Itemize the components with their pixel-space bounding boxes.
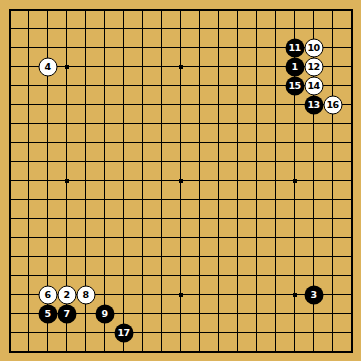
intersection[interactable] [190, 323, 209, 342]
intersection[interactable] [0, 76, 19, 95]
intersection[interactable] [38, 19, 57, 38]
intersection[interactable] [38, 76, 57, 95]
intersection[interactable] [209, 209, 228, 228]
intersection[interactable] [228, 76, 247, 95]
intersection[interactable] [19, 57, 38, 76]
intersection[interactable] [209, 323, 228, 342]
intersection[interactable] [209, 0, 228, 19]
intersection[interactable] [342, 152, 361, 171]
intersection[interactable] [152, 285, 171, 304]
intersection[interactable] [323, 304, 342, 323]
intersection[interactable] [76, 323, 95, 342]
intersection[interactable] [247, 133, 266, 152]
intersection[interactable] [114, 304, 133, 323]
intersection[interactable] [171, 209, 190, 228]
intersection[interactable] [76, 190, 95, 209]
intersection[interactable] [266, 323, 285, 342]
intersection[interactable] [342, 342, 361, 361]
intersection[interactable] [76, 342, 95, 361]
intersection[interactable] [266, 228, 285, 247]
intersection[interactable]: 4 [38, 57, 57, 76]
intersection[interactable] [114, 133, 133, 152]
intersection[interactable] [152, 76, 171, 95]
intersection[interactable] [285, 0, 304, 19]
intersection[interactable] [323, 133, 342, 152]
intersection[interactable] [171, 247, 190, 266]
intersection[interactable] [228, 304, 247, 323]
intersection[interactable] [266, 133, 285, 152]
intersection[interactable] [38, 171, 57, 190]
intersection[interactable] [266, 95, 285, 114]
intersection[interactable] [323, 342, 342, 361]
intersection[interactable] [285, 190, 304, 209]
intersection[interactable] [38, 342, 57, 361]
intersection[interactable] [342, 171, 361, 190]
intersection[interactable] [19, 0, 38, 19]
intersection[interactable] [95, 247, 114, 266]
intersection[interactable] [171, 304, 190, 323]
intersection[interactable] [228, 190, 247, 209]
intersection[interactable] [323, 19, 342, 38]
intersection[interactable] [133, 95, 152, 114]
intersection[interactable] [209, 133, 228, 152]
intersection[interactable] [304, 0, 323, 19]
intersection[interactable] [114, 190, 133, 209]
intersection[interactable] [114, 95, 133, 114]
intersection[interactable]: 3 [304, 285, 323, 304]
intersection[interactable]: 16 [323, 95, 342, 114]
intersection[interactable] [304, 152, 323, 171]
intersection[interactable] [304, 247, 323, 266]
intersection[interactable] [133, 342, 152, 361]
intersection[interactable] [76, 95, 95, 114]
intersection[interactable] [171, 76, 190, 95]
intersection[interactable] [76, 152, 95, 171]
intersection[interactable] [133, 171, 152, 190]
intersection[interactable] [171, 342, 190, 361]
intersection[interactable] [95, 323, 114, 342]
intersection[interactable] [304, 190, 323, 209]
intersection[interactable] [114, 152, 133, 171]
intersection[interactable] [38, 95, 57, 114]
intersection[interactable] [152, 323, 171, 342]
intersection[interactable] [0, 114, 19, 133]
intersection[interactable] [114, 19, 133, 38]
intersection[interactable] [190, 0, 209, 19]
intersection[interactable] [19, 190, 38, 209]
intersection[interactable] [171, 0, 190, 19]
intersection[interactable]: 13 [304, 95, 323, 114]
intersection[interactable] [285, 19, 304, 38]
intersection[interactable] [133, 304, 152, 323]
intersection[interactable] [19, 323, 38, 342]
intersection[interactable] [57, 190, 76, 209]
intersection[interactable] [209, 171, 228, 190]
intersection[interactable] [209, 95, 228, 114]
intersection[interactable] [114, 0, 133, 19]
intersection[interactable] [38, 266, 57, 285]
intersection[interactable] [95, 38, 114, 57]
intersection[interactable] [76, 57, 95, 76]
intersection[interactable] [304, 133, 323, 152]
intersection[interactable]: 12 [304, 57, 323, 76]
intersection[interactable] [19, 95, 38, 114]
intersection[interactable]: 8 [76, 285, 95, 304]
intersection[interactable] [266, 114, 285, 133]
intersection[interactable] [133, 0, 152, 19]
intersection[interactable] [19, 228, 38, 247]
intersection[interactable] [247, 228, 266, 247]
intersection[interactable] [38, 228, 57, 247]
intersection[interactable] [95, 285, 114, 304]
intersection[interactable]: 10 [304, 38, 323, 57]
intersection[interactable] [38, 152, 57, 171]
intersection[interactable] [171, 95, 190, 114]
intersection[interactable] [323, 247, 342, 266]
intersection[interactable] [171, 190, 190, 209]
intersection[interactable] [247, 19, 266, 38]
intersection[interactable] [266, 38, 285, 57]
intersection[interactable] [95, 342, 114, 361]
intersection[interactable] [76, 133, 95, 152]
intersection[interactable] [247, 76, 266, 95]
intersection[interactable] [323, 228, 342, 247]
intersection[interactable] [114, 285, 133, 304]
intersection[interactable] [190, 171, 209, 190]
intersection[interactable] [133, 228, 152, 247]
intersection[interactable] [209, 285, 228, 304]
intersection[interactable] [152, 247, 171, 266]
intersection[interactable] [57, 323, 76, 342]
intersection[interactable] [247, 57, 266, 76]
intersection[interactable] [152, 209, 171, 228]
intersection[interactable] [285, 95, 304, 114]
intersection[interactable] [228, 57, 247, 76]
intersection[interactable] [342, 95, 361, 114]
intersection[interactable] [247, 247, 266, 266]
intersection[interactable]: 9 [95, 304, 114, 323]
intersection[interactable] [38, 247, 57, 266]
intersection[interactable] [57, 57, 76, 76]
intersection[interactable] [228, 209, 247, 228]
intersection[interactable] [285, 247, 304, 266]
intersection[interactable] [76, 247, 95, 266]
intersection[interactable] [209, 114, 228, 133]
intersection[interactable] [152, 266, 171, 285]
intersection[interactable] [190, 133, 209, 152]
intersection[interactable] [57, 209, 76, 228]
intersection[interactable] [285, 133, 304, 152]
intersection[interactable] [152, 304, 171, 323]
intersection[interactable] [57, 95, 76, 114]
intersection[interactable] [342, 209, 361, 228]
intersection[interactable] [19, 285, 38, 304]
intersection[interactable] [247, 323, 266, 342]
intersection[interactable] [342, 323, 361, 342]
intersection[interactable] [247, 152, 266, 171]
intersection[interactable] [0, 19, 19, 38]
intersection[interactable] [133, 190, 152, 209]
intersection[interactable] [38, 323, 57, 342]
intersection[interactable] [190, 76, 209, 95]
intersection[interactable] [228, 285, 247, 304]
intersection[interactable] [247, 38, 266, 57]
intersection[interactable] [228, 266, 247, 285]
intersection[interactable] [266, 342, 285, 361]
intersection[interactable] [247, 304, 266, 323]
intersection[interactable] [342, 114, 361, 133]
intersection[interactable] [95, 19, 114, 38]
intersection[interactable] [57, 228, 76, 247]
intersection[interactable] [38, 114, 57, 133]
intersection[interactable] [342, 266, 361, 285]
intersection[interactable] [209, 76, 228, 95]
intersection[interactable] [247, 0, 266, 19]
intersection[interactable] [114, 171, 133, 190]
intersection[interactable] [152, 0, 171, 19]
intersection[interactable] [114, 342, 133, 361]
intersection[interactable] [171, 323, 190, 342]
intersection[interactable] [190, 247, 209, 266]
intersection[interactable] [114, 57, 133, 76]
intersection[interactable] [114, 38, 133, 57]
intersection[interactable] [228, 0, 247, 19]
intersection[interactable] [76, 114, 95, 133]
intersection[interactable] [152, 38, 171, 57]
intersection[interactable] [19, 171, 38, 190]
intersection[interactable] [57, 0, 76, 19]
intersection[interactable] [323, 76, 342, 95]
intersection[interactable] [171, 285, 190, 304]
intersection[interactable] [228, 114, 247, 133]
intersection[interactable] [133, 114, 152, 133]
intersection[interactable] [247, 266, 266, 285]
intersection[interactable] [38, 0, 57, 19]
intersection[interactable]: 14 [304, 76, 323, 95]
intersection[interactable] [323, 152, 342, 171]
intersection[interactable] [114, 228, 133, 247]
intersection[interactable] [76, 38, 95, 57]
intersection[interactable] [342, 228, 361, 247]
intersection[interactable] [323, 190, 342, 209]
intersection[interactable] [133, 323, 152, 342]
intersection[interactable] [171, 152, 190, 171]
intersection[interactable] [285, 228, 304, 247]
intersection[interactable] [57, 38, 76, 57]
intersection[interactable] [266, 190, 285, 209]
intersection[interactable] [0, 190, 19, 209]
intersection[interactable] [95, 266, 114, 285]
intersection[interactable] [247, 342, 266, 361]
intersection[interactable] [0, 247, 19, 266]
intersection[interactable] [152, 133, 171, 152]
intersection[interactable] [57, 247, 76, 266]
intersection[interactable] [266, 76, 285, 95]
intersection[interactable] [114, 114, 133, 133]
intersection[interactable]: 5 [38, 304, 57, 323]
intersection[interactable] [285, 209, 304, 228]
intersection[interactable] [304, 323, 323, 342]
intersection[interactable] [152, 228, 171, 247]
intersection[interactable]: 15 [285, 76, 304, 95]
intersection[interactable] [190, 266, 209, 285]
intersection[interactable] [266, 0, 285, 19]
intersection[interactable] [342, 19, 361, 38]
intersection[interactable] [247, 95, 266, 114]
intersection[interactable]: 11 [285, 38, 304, 57]
intersection[interactable] [228, 133, 247, 152]
intersection[interactable] [0, 152, 19, 171]
intersection[interactable] [266, 285, 285, 304]
intersection[interactable] [38, 209, 57, 228]
intersection[interactable] [0, 95, 19, 114]
intersection[interactable] [114, 76, 133, 95]
intersection[interactable] [304, 114, 323, 133]
intersection[interactable] [19, 304, 38, 323]
intersection[interactable] [133, 285, 152, 304]
intersection[interactable] [57, 114, 76, 133]
intersection[interactable] [304, 266, 323, 285]
intersection[interactable] [228, 95, 247, 114]
intersection[interactable] [266, 247, 285, 266]
intersection[interactable] [285, 152, 304, 171]
intersection[interactable] [342, 38, 361, 57]
intersection[interactable] [247, 209, 266, 228]
intersection[interactable] [228, 152, 247, 171]
intersection[interactable] [19, 266, 38, 285]
intersection[interactable] [247, 190, 266, 209]
intersection[interactable] [342, 76, 361, 95]
intersection[interactable] [342, 0, 361, 19]
intersection[interactable] [323, 57, 342, 76]
intersection[interactable] [0, 323, 19, 342]
intersection[interactable] [323, 323, 342, 342]
intersection[interactable] [323, 209, 342, 228]
intersection[interactable] [152, 171, 171, 190]
intersection[interactable] [171, 171, 190, 190]
intersection[interactable] [152, 57, 171, 76]
intersection[interactable] [76, 171, 95, 190]
intersection[interactable] [342, 133, 361, 152]
intersection[interactable] [0, 266, 19, 285]
intersection[interactable] [285, 323, 304, 342]
intersection[interactable] [171, 19, 190, 38]
intersection[interactable] [76, 228, 95, 247]
intersection[interactable] [38, 38, 57, 57]
intersection[interactable] [171, 38, 190, 57]
intersection[interactable] [304, 209, 323, 228]
intersection[interactable] [95, 190, 114, 209]
intersection[interactable] [133, 19, 152, 38]
intersection[interactable]: 7 [57, 304, 76, 323]
intersection[interactable] [19, 342, 38, 361]
intersection[interactable] [0, 228, 19, 247]
intersection[interactable] [247, 285, 266, 304]
intersection[interactable] [190, 95, 209, 114]
intersection[interactable] [0, 57, 19, 76]
intersection[interactable] [266, 266, 285, 285]
intersection[interactable] [95, 133, 114, 152]
intersection[interactable] [19, 19, 38, 38]
intersection[interactable] [152, 114, 171, 133]
intersection[interactable] [323, 38, 342, 57]
intersection[interactable]: 2 [57, 285, 76, 304]
intersection[interactable] [133, 152, 152, 171]
intersection[interactable] [171, 114, 190, 133]
intersection[interactable] [190, 304, 209, 323]
intersection[interactable] [0, 209, 19, 228]
intersection[interactable] [19, 133, 38, 152]
intersection[interactable] [0, 133, 19, 152]
intersection[interactable] [285, 114, 304, 133]
intersection[interactable] [285, 342, 304, 361]
intersection[interactable] [57, 266, 76, 285]
intersection[interactable] [38, 190, 57, 209]
intersection[interactable] [19, 247, 38, 266]
intersection[interactable] [19, 114, 38, 133]
intersection[interactable] [209, 266, 228, 285]
intersection[interactable]: 6 [38, 285, 57, 304]
intersection[interactable] [190, 228, 209, 247]
intersection[interactable] [95, 114, 114, 133]
intersection[interactable] [304, 171, 323, 190]
intersection[interactable] [19, 209, 38, 228]
intersection[interactable] [0, 171, 19, 190]
intersection[interactable]: 1 [285, 57, 304, 76]
intersection[interactable] [190, 57, 209, 76]
intersection[interactable] [190, 190, 209, 209]
intersection[interactable] [152, 342, 171, 361]
intersection[interactable] [190, 19, 209, 38]
intersection[interactable] [95, 228, 114, 247]
intersection[interactable] [190, 342, 209, 361]
intersection[interactable] [114, 247, 133, 266]
intersection[interactable] [342, 190, 361, 209]
intersection[interactable] [171, 266, 190, 285]
intersection[interactable] [190, 38, 209, 57]
intersection[interactable] [57, 171, 76, 190]
intersection[interactable] [342, 304, 361, 323]
intersection[interactable] [0, 0, 19, 19]
intersection[interactable] [133, 38, 152, 57]
intersection[interactable] [228, 171, 247, 190]
intersection[interactable] [209, 57, 228, 76]
intersection[interactable] [57, 342, 76, 361]
intersection[interactable] [57, 133, 76, 152]
intersection[interactable] [342, 247, 361, 266]
intersection[interactable] [152, 95, 171, 114]
intersection[interactable] [57, 76, 76, 95]
intersection[interactable] [19, 38, 38, 57]
intersection[interactable] [323, 285, 342, 304]
intersection[interactable] [76, 0, 95, 19]
intersection[interactable] [266, 19, 285, 38]
intersection[interactable] [342, 57, 361, 76]
intersection[interactable] [0, 342, 19, 361]
intersection[interactable] [190, 209, 209, 228]
intersection[interactable] [57, 152, 76, 171]
intersection[interactable] [342, 285, 361, 304]
intersection[interactable] [285, 266, 304, 285]
intersection[interactable] [323, 266, 342, 285]
intersection[interactable] [0, 285, 19, 304]
intersection[interactable] [285, 285, 304, 304]
intersection[interactable] [76, 19, 95, 38]
intersection[interactable] [228, 19, 247, 38]
intersection[interactable] [133, 76, 152, 95]
intersection[interactable] [247, 114, 266, 133]
intersection[interactable] [209, 342, 228, 361]
